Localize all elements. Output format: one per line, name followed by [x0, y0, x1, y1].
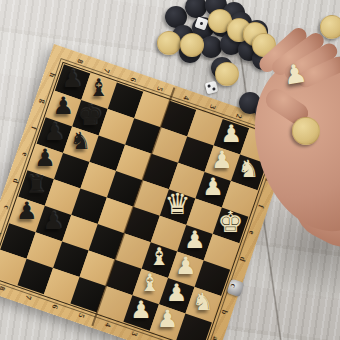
wood-checker-disc[interactable] — [157, 31, 181, 55]
coord-label-3: 3 — [205, 99, 220, 114]
coord-label-d: d — [235, 251, 250, 266]
die-pip — [200, 22, 204, 26]
coord-label-4: 4 — [100, 317, 115, 332]
coord-label-b: b — [216, 304, 231, 319]
held-white-pawn[interactable]: ♟ — [277, 54, 313, 95]
coord-label-7: 7 — [20, 290, 35, 305]
die-pip — [207, 84, 211, 88]
palm-wood-checker[interactable] — [292, 117, 320, 145]
wood-checker-disc[interactable] — [180, 33, 204, 57]
coord-label-3: 3 — [126, 326, 141, 340]
coord-label-6: 6 — [125, 72, 140, 87]
wood-checker-disc[interactable] — [215, 62, 239, 86]
wood-checker-disc[interactable] — [320, 15, 340, 39]
scene: 8877665544332211hhggffeeddccbbaa ♟♝♟♚♟♞♟… — [0, 0, 340, 340]
coord-label-5: 5 — [152, 81, 167, 96]
coord-label-a: a — [207, 331, 222, 340]
coord-label-8: 8 — [0, 281, 9, 296]
piece-white-q-e3[interactable]: ♛ — [160, 189, 196, 225]
coord-label-6: 6 — [47, 299, 62, 314]
coord-label-5: 5 — [73, 308, 88, 323]
piece-white-k-e1[interactable]: ♚ — [213, 208, 249, 244]
die-pip — [212, 87, 216, 91]
coord-label-4: 4 — [178, 90, 193, 105]
